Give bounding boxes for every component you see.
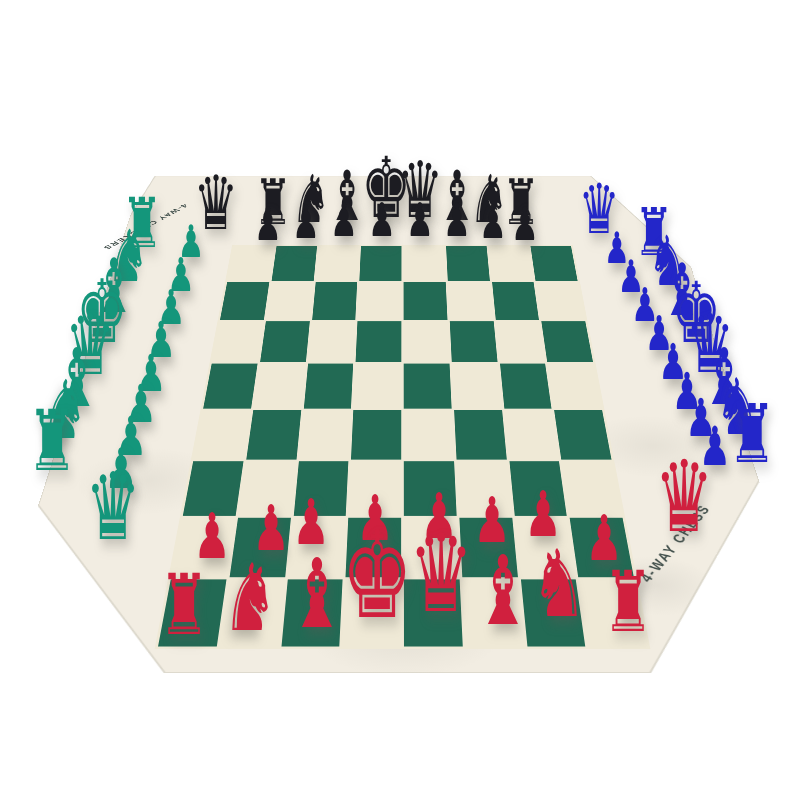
- piece-red-queen[interactable]: ♛: [654, 449, 713, 548]
- piece-blue-rook[interactable]: ♜: [728, 395, 776, 476]
- piece-red-bishop[interactable]: ♝: [474, 543, 531, 639]
- four-way-chess-photo: 4-WAY CHESS 4-WAY CHECKERS ♜♞♝♚♛♝♞♜♟♟♟♟♟…: [0, 0, 800, 800]
- piece-red-knight[interactable]: ♞: [222, 552, 278, 645]
- piece-black-pawn[interactable]: ♟: [511, 201, 539, 248]
- piece-black-pawn[interactable]: ♟: [406, 197, 434, 244]
- piece-black-pawn[interactable]: ♟: [254, 201, 282, 248]
- piece-black-pawn[interactable]: ♟: [368, 197, 396, 244]
- piece-green-queen[interactable]: ♛: [85, 461, 141, 554]
- piece-red-rook[interactable]: ♜: [159, 564, 209, 648]
- piece-red-king[interactable]: ♚: [341, 516, 413, 636]
- piece-red-rook[interactable]: ♜: [603, 561, 653, 645]
- piece-red-knight[interactable]: ♞: [531, 538, 587, 631]
- piece-red-queen[interactable]: ♛: [409, 519, 474, 627]
- pieces-layer: ♜♞♝♚♛♝♞♜♟♟♟♟♟♟♟♟♛♜♞♝♚♛♝♞♜♟♟♟♟♟♟♟♟♛♜♞♝♚♛♝…: [0, 0, 800, 800]
- piece-green-rook[interactable]: ♜: [27, 400, 77, 484]
- piece-black-pawn[interactable]: ♟: [479, 199, 507, 246]
- piece-red-bishop[interactable]: ♝: [288, 546, 345, 642]
- piece-black-pawn[interactable]: ♟: [443, 197, 471, 244]
- piece-black-pawn[interactable]: ♟: [330, 197, 358, 244]
- piece-black-pawn[interactable]: ♟: [292, 199, 320, 246]
